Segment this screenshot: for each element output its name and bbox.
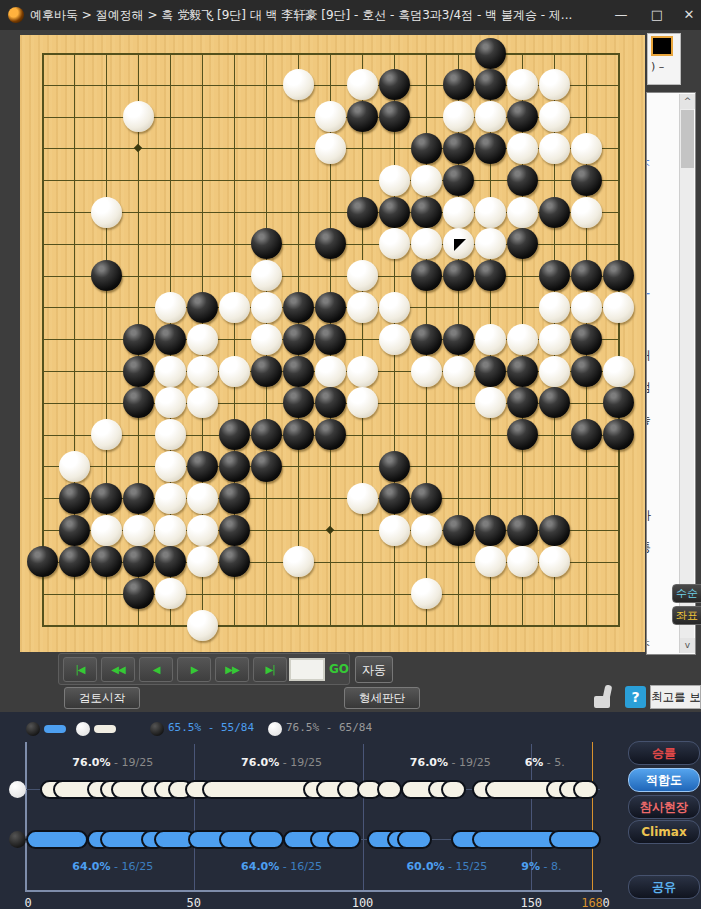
window-title: 예후바둑 > 절예정해 > 흑 党毅飞 [9단] 대 백 李轩豪 [9단] - … [30, 7, 590, 24]
current-move-line [592, 742, 593, 890]
white-match-segment[interactable] [573, 780, 598, 799]
stone-white[interactable] [91, 419, 122, 450]
white-segment-label: 76.0% - 19/25 [72, 756, 153, 769]
nav-back-button[interactable]: ◀ [139, 657, 173, 682]
stone-black[interactable] [443, 515, 474, 546]
stone-black[interactable] [123, 356, 154, 387]
stone-black[interactable] [315, 324, 346, 355]
x-tick: 150 [520, 896, 542, 909]
stone-black[interactable] [187, 292, 218, 323]
clipped-char: E [647, 603, 655, 617]
stone-black[interactable] [219, 419, 250, 450]
blue-pill-icon [44, 725, 66, 733]
black-to-play-swatch [651, 36, 673, 56]
stone-white[interactable] [155, 578, 186, 609]
stone-black[interactable] [443, 324, 474, 355]
stone-white[interactable] [411, 228, 442, 259]
stone-black[interactable] [315, 228, 346, 259]
stone-white[interactable] [443, 356, 474, 387]
stone-black[interactable] [283, 387, 314, 418]
stone-black[interactable] [475, 356, 506, 387]
clipped-char: ] [647, 315, 655, 329]
stone-white[interactable] [251, 324, 282, 355]
black-segment-label: 60.0% - 15/25 [406, 860, 487, 873]
stone-white[interactable] [443, 101, 474, 132]
stone-white[interactable] [571, 292, 602, 323]
panel-button-3[interactable]: Climax [628, 820, 700, 844]
move-number-input[interactable] [289, 658, 325, 681]
moves-button[interactable]: 수순 [672, 584, 701, 603]
stone-black[interactable] [411, 483, 442, 514]
stone-black[interactable] [123, 578, 154, 609]
panel-button-2[interactable]: 참사현장 [628, 795, 700, 819]
x-axis [25, 890, 602, 892]
x-tick: 50 [187, 896, 201, 909]
stone-white[interactable] [475, 197, 506, 228]
grid-vline [362, 53, 363, 627]
clipped-char: ㅡ [647, 283, 655, 300]
clipped-char: 7 [647, 571, 655, 585]
stone-black[interactable] [283, 324, 314, 355]
stone-white[interactable] [283, 546, 314, 577]
stone-white[interactable] [347, 292, 378, 323]
stone-black[interactable] [91, 483, 122, 514]
white-player-icon [76, 722, 90, 736]
black-match-segment[interactable] [327, 830, 362, 849]
stone-black[interactable] [507, 419, 538, 450]
nav-fast-forward-button[interactable]: ▶▶ [215, 657, 249, 682]
black-match-segment[interactable] [249, 830, 284, 849]
stone-black[interactable] [283, 419, 314, 450]
grid-vline [618, 53, 620, 627]
stone-black[interactable] [379, 483, 410, 514]
stone-white[interactable] [475, 228, 506, 259]
clipped-char: 1 [647, 187, 655, 201]
stone-white[interactable] [315, 356, 346, 387]
stone-white[interactable] [347, 69, 378, 100]
nav-fast-back-button[interactable]: ◀◀ [101, 657, 135, 682]
stone-white[interactable] [155, 292, 186, 323]
stone-black[interactable] [219, 451, 250, 482]
stone-black[interactable] [379, 101, 410, 132]
stone-black[interactable] [443, 133, 474, 164]
grid-hline [42, 276, 620, 277]
app-icon [8, 7, 24, 23]
stone-white[interactable] [539, 324, 570, 355]
stone-black[interactable] [123, 387, 154, 418]
stone-white[interactable] [155, 387, 186, 418]
stone-black[interactable] [187, 451, 218, 482]
scroll-down-icon[interactable]: v [680, 638, 695, 653]
black-match-segment[interactable] [472, 830, 561, 849]
stone-black[interactable] [475, 69, 506, 100]
stone-white[interactable] [347, 483, 378, 514]
title-bar: 예후바둑 > 절예정해 > 흑 党毅飞 [9단] 대 백 李轩豪 [9단] - … [0, 0, 701, 30]
stone-white[interactable] [155, 483, 186, 514]
stone-white[interactable] [347, 387, 378, 418]
stone-white[interactable] [347, 356, 378, 387]
stone-white[interactable] [507, 546, 538, 577]
stone-black[interactable] [571, 260, 602, 291]
stone-black[interactable] [411, 324, 442, 355]
navigation-bar: |◀◀◀◀▶▶▶▶| GO [58, 653, 350, 685]
stone-white[interactable] [475, 101, 506, 132]
stone-black[interactable] [91, 546, 122, 577]
clipped-char: 채 [647, 347, 655, 364]
stone-black[interactable] [219, 546, 250, 577]
black-segment-label: 64.0% - 16/25 [241, 860, 322, 873]
stone-black[interactable] [539, 260, 570, 291]
stone-white[interactable] [507, 133, 538, 164]
thumbs-up-icon[interactable] [590, 684, 622, 710]
stone-black[interactable] [315, 387, 346, 418]
stone-white[interactable] [315, 101, 346, 132]
gridline [363, 744, 364, 890]
stone-white[interactable] [91, 515, 122, 546]
stone-black[interactable] [507, 165, 538, 196]
player-swatch-panel: ) – [647, 33, 681, 85]
white-segment-label: 6% - 5. [525, 756, 565, 769]
chart-legend: 65.5% - 55/84 76.5% - 65/84 [0, 720, 701, 738]
stone-black[interactable] [603, 260, 634, 291]
black-segment-label: 9% - 8. [521, 860, 561, 873]
clipped-char: 놓 [647, 411, 655, 428]
stone-white[interactable] [187, 387, 218, 418]
coords-button[interactable]: 좌표 [672, 606, 701, 625]
panel-button-1[interactable]: 적합도 [628, 768, 700, 792]
position-judge-button[interactable]: 형세판단 [344, 687, 420, 709]
stone-black[interactable] [475, 515, 506, 546]
white-segment-label: 76.0% - 19/25 [241, 756, 322, 769]
stone-white[interactable] [571, 197, 602, 228]
stone-white[interactable] [251, 260, 282, 291]
stone-black[interactable] [411, 133, 442, 164]
stone-black[interactable] [219, 515, 250, 546]
stone-black[interactable] [475, 133, 506, 164]
stone-black[interactable] [411, 260, 442, 291]
maximize-button[interactable]: □ [644, 4, 670, 26]
stone-white[interactable] [251, 292, 282, 323]
stone-black[interactable] [59, 483, 90, 514]
star-point [134, 144, 142, 152]
stone-white[interactable] [539, 101, 570, 132]
nav-last-button[interactable]: ▶| [253, 657, 287, 682]
black-stat-icon [150, 722, 164, 736]
stone-white[interactable] [507, 69, 538, 100]
panel-button-4[interactable]: 공유 [628, 875, 700, 899]
stone-black[interactable] [507, 356, 538, 387]
stone-white[interactable] [411, 165, 442, 196]
stone-white[interactable] [187, 546, 218, 577]
clipped-move-list: ㅣㅈ168ㅡ]채점놓32차통7Eㅊ [647, 123, 656, 655]
stone-white[interactable] [315, 133, 346, 164]
white-match-segment[interactable] [377, 780, 402, 799]
go-board[interactable] [20, 35, 645, 652]
stone-black[interactable] [443, 260, 474, 291]
scrollbar[interactable]: ^ v [679, 94, 694, 653]
scroll-up-icon[interactable]: ^ [680, 94, 695, 109]
stone-black[interactable] [251, 451, 282, 482]
stone-black[interactable] [475, 38, 506, 69]
stone-black[interactable] [27, 546, 58, 577]
black-series-marker [9, 831, 26, 848]
stone-white[interactable] [539, 546, 570, 577]
white-match-stat: 76.5% - 65/84 [286, 721, 372, 734]
stone-black[interactable] [443, 69, 474, 100]
x-tick: 100 [352, 896, 374, 909]
help-button[interactable]: ? [625, 686, 646, 708]
stone-white[interactable] [347, 260, 378, 291]
stone-black[interactable] [571, 165, 602, 196]
stone-black[interactable] [155, 546, 186, 577]
stone-black[interactable] [571, 324, 602, 355]
start-review-button[interactable]: 검토시작 [64, 687, 140, 709]
stone-white[interactable] [187, 483, 218, 514]
x-tick-extra: 0 [602, 896, 609, 909]
x-tick-end: 168 [581, 896, 603, 909]
stone-black[interactable] [123, 483, 154, 514]
black-match-segment[interactable] [26, 830, 88, 849]
stone-white[interactable] [155, 451, 186, 482]
grid-vline [42, 53, 44, 627]
stone-white[interactable] [443, 197, 474, 228]
clipped-char: 차 [647, 507, 655, 524]
black-match-segment[interactable] [549, 830, 601, 849]
stone-white[interactable] [123, 101, 154, 132]
white-match-segment[interactable] [441, 780, 466, 799]
clipped-char: 3 [647, 443, 655, 457]
last-move-triangle-marker [454, 239, 466, 251]
clipped-text: ) – [651, 60, 664, 73]
stone-black[interactable] [539, 515, 570, 546]
stone-black[interactable] [507, 101, 538, 132]
stone-black[interactable] [251, 356, 282, 387]
stone-white[interactable] [187, 610, 218, 641]
stone-black[interactable] [347, 101, 378, 132]
stone-white[interactable] [155, 515, 186, 546]
right-sidebar: ) – ㅣㅈ168ㅡ]채점놓32차통7Eㅊ ^ v 수순 좌표 [645, 30, 701, 652]
clipped-char: 점 [647, 379, 655, 396]
stone-black[interactable] [475, 260, 506, 291]
stone-black[interactable] [59, 546, 90, 577]
stone-white[interactable] [603, 356, 634, 387]
gridline [194, 744, 195, 890]
go-button[interactable]: GO [329, 657, 349, 682]
stone-white[interactable] [187, 324, 218, 355]
stone-black[interactable] [251, 419, 282, 450]
stone-black[interactable] [443, 165, 474, 196]
match-rate-chart-panel: 65.5% - 55/84 76.5% - 65/84 050100150168… [0, 712, 701, 909]
stone-white[interactable] [379, 228, 410, 259]
stone-white[interactable] [539, 133, 570, 164]
stone-black[interactable] [315, 419, 346, 450]
stone-black[interactable] [379, 451, 410, 482]
clipped-char: 2 [647, 475, 655, 489]
white-pill-icon [94, 725, 116, 733]
black-match-stat: 65.5% - 55/84 [168, 721, 254, 734]
stone-black[interactable] [507, 228, 538, 259]
black-segment-label: 64.0% - 16/25 [72, 860, 153, 873]
stone-black[interactable] [603, 387, 634, 418]
stone-black[interactable] [507, 515, 538, 546]
black-player-icon [26, 722, 40, 736]
stone-white[interactable] [379, 324, 410, 355]
stone-white[interactable] [507, 197, 538, 228]
grid-hline [42, 466, 620, 467]
stone-black[interactable] [411, 197, 442, 228]
grid-hline [42, 53, 620, 55]
stone-white[interactable] [379, 515, 410, 546]
close-button[interactable]: ✕ [676, 4, 701, 26]
stone-white[interactable] [187, 356, 218, 387]
white-segment-label: 76.0% - 19/25 [410, 756, 491, 769]
stone-black[interactable] [379, 197, 410, 228]
app-window: 예후바둑 > 절예정해 > 흑 党毅飞 [9단] 대 백 李轩豪 [9단] - … [0, 0, 701, 909]
stone-white[interactable] [219, 292, 250, 323]
star-point [326, 526, 334, 534]
stone-white[interactable] [507, 324, 538, 355]
stone-white[interactable] [475, 324, 506, 355]
stone-white[interactable] [571, 133, 602, 164]
stone-white[interactable] [155, 419, 186, 450]
grid-hline [42, 625, 620, 627]
view-best-button[interactable]: 최고를 보 [650, 685, 701, 709]
stone-black[interactable] [59, 515, 90, 546]
black-match-segment[interactable] [397, 830, 432, 849]
stone-black[interactable] [347, 197, 378, 228]
stone-white[interactable] [59, 451, 90, 482]
white-stat-icon [268, 722, 282, 736]
stone-white[interactable] [219, 356, 250, 387]
stone-white[interactable] [603, 292, 634, 323]
stone-black[interactable] [123, 546, 154, 577]
auto-play-button[interactable]: 자동 [355, 656, 393, 683]
stone-black[interactable] [283, 356, 314, 387]
stone-black[interactable] [507, 387, 538, 418]
clipped-char: ㅊ [647, 635, 655, 652]
clipped-char: 통 [647, 539, 655, 556]
stone-white[interactable] [187, 515, 218, 546]
x-tick: 0 [24, 896, 31, 909]
stone-black[interactable] [283, 292, 314, 323]
stone-white[interactable] [411, 578, 442, 609]
stone-black[interactable] [539, 197, 570, 228]
stone-white[interactable] [155, 356, 186, 387]
stone-white[interactable] [411, 356, 442, 387]
stone-black[interactable] [91, 260, 122, 291]
clipped-char: ㅈ [647, 155, 655, 172]
nav-first-button[interactable]: |◀ [63, 657, 97, 682]
stone-white[interactable] [475, 546, 506, 577]
stone-white[interactable] [91, 197, 122, 228]
stone-white[interactable] [539, 356, 570, 387]
stone-white[interactable] [379, 292, 410, 323]
stone-black[interactable] [219, 483, 250, 514]
stone-white[interactable] [539, 69, 570, 100]
stone-white[interactable] [411, 515, 442, 546]
stone-black[interactable] [571, 419, 602, 450]
minimize-button[interactable]: — [608, 4, 634, 26]
nav-forward-button[interactable]: ▶ [177, 657, 211, 682]
stone-black[interactable] [123, 324, 154, 355]
clipped-char: 8 [647, 251, 655, 265]
stone-black[interactable] [251, 228, 282, 259]
stone-black[interactable] [571, 356, 602, 387]
stone-white[interactable] [283, 69, 314, 100]
stone-white[interactable] [123, 515, 154, 546]
stone-black[interactable] [315, 292, 346, 323]
stone-black[interactable] [539, 387, 570, 418]
scrollbar-thumb[interactable] [681, 110, 694, 168]
white-match-segment[interactable] [202, 780, 318, 799]
stone-black[interactable] [603, 419, 634, 450]
stone-black[interactable] [379, 69, 410, 100]
clipped-char: 6 [647, 219, 655, 233]
white-series-marker [9, 781, 26, 798]
stone-black[interactable] [155, 324, 186, 355]
clipped-char: ㅣ [647, 123, 655, 140]
move-list-panel[interactable]: ㅣㅈ168ㅡ]채점놓32차통7Eㅊ ^ v [646, 92, 696, 655]
panel-button-0[interactable]: 승률 [628, 741, 700, 765]
y-axis [25, 742, 27, 890]
stone-white[interactable] [379, 165, 410, 196]
stone-white[interactable] [539, 292, 570, 323]
stone-white[interactable] [475, 387, 506, 418]
